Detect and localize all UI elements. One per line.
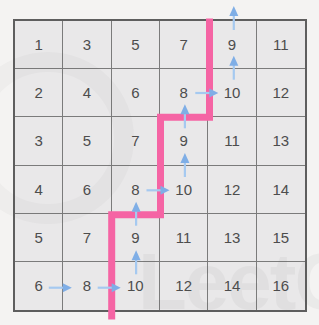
cell-r6c5: 14 xyxy=(208,262,256,310)
cell-r5c1: 5 xyxy=(15,214,63,262)
cell-r1c1: 1 xyxy=(15,21,63,69)
cell-r1c3: 5 xyxy=(112,21,160,69)
cell-r4c5: 12 xyxy=(208,166,256,214)
cell-r3c2: 5 xyxy=(63,117,111,165)
cell-r4c3: 8 xyxy=(112,166,160,214)
cell-r2c1: 2 xyxy=(15,69,63,117)
cell-r5c5: 13 xyxy=(208,214,256,262)
cell-r2c5: 10 xyxy=(208,69,256,117)
cell-r4c1: 4 xyxy=(15,166,63,214)
cell-r1c5: 9 xyxy=(208,21,256,69)
cell-r1c4: 7 xyxy=(160,21,208,69)
cell-r3c5: 11 xyxy=(208,117,256,165)
cell-r2c3: 6 xyxy=(112,69,160,117)
cell-r2c6: 12 xyxy=(257,69,305,117)
cell-r4c6: 14 xyxy=(257,166,305,214)
cell-r1c2: 3 xyxy=(63,21,111,69)
cell-r6c3: 10 xyxy=(112,262,160,310)
cell-r4c4: 10 xyxy=(160,166,208,214)
cell-r3c4: 9 xyxy=(160,117,208,165)
cell-r5c6: 15 xyxy=(257,214,305,262)
diagram-canvas: LeetCode 1 3 5 7 9 11 2 4 6 8 10 12 3 5 … xyxy=(0,0,319,325)
cell-r1c6: 11 xyxy=(257,21,305,69)
cell-r2c4: 8 xyxy=(160,69,208,117)
cell-r6c6: 16 xyxy=(257,262,305,310)
arrow-up-icon xyxy=(229,6,238,16)
cell-r6c2: 8 xyxy=(63,262,111,310)
cell-r6c4: 12 xyxy=(160,262,208,310)
cell-r3c6: 13 xyxy=(257,117,305,165)
matrix-board: 1 3 5 7 9 11 2 4 6 8 10 12 3 5 7 9 11 13… xyxy=(13,19,307,312)
cell-r2c2: 4 xyxy=(63,69,111,117)
cell-r5c3: 9 xyxy=(112,214,160,262)
cell-r3c1: 3 xyxy=(15,117,63,165)
cell-r5c4: 11 xyxy=(160,214,208,262)
cell-r4c2: 6 xyxy=(63,166,111,214)
cell-r6c1: 6 xyxy=(15,262,63,310)
cell-r3c3: 7 xyxy=(112,117,160,165)
cell-r5c2: 7 xyxy=(63,214,111,262)
